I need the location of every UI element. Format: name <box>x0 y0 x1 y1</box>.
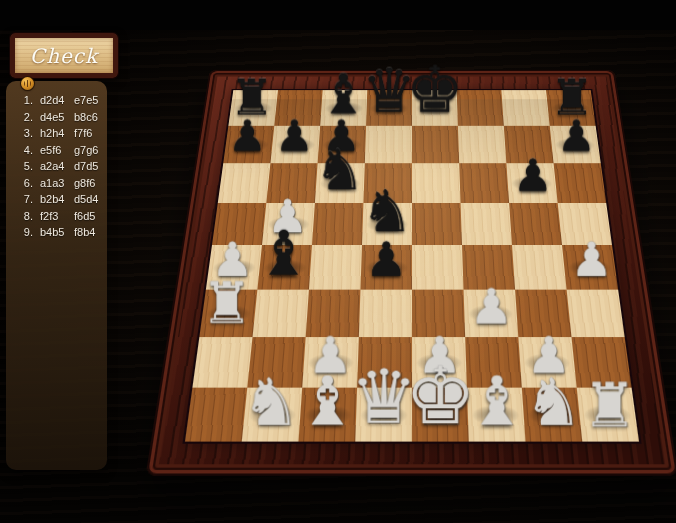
move-row: 5.a2a4d7d5 <box>6 158 107 175</box>
piece-white-knight-b1[interactable]: ♞ <box>242 388 302 442</box>
white-knight-glyph: ♞ <box>241 372 300 434</box>
square-f7[interactable] <box>458 126 506 164</box>
white-bishop-glyph: ♝ <box>297 369 358 433</box>
white-move: h2h4 <box>40 125 74 142</box>
move-number: 1. <box>6 92 33 109</box>
board-scene: ♜♝♛♚♜♟♟♟♟♞♟♟♞♟♝♟♟♜♟♟♟♟♞♝♛♚♝♞♜ <box>132 0 676 495</box>
square-g8[interactable] <box>501 90 549 126</box>
square-g5[interactable] <box>509 203 562 245</box>
black-move: d5d4 <box>74 191 107 208</box>
move-row: 4.e5f6g7g6 <box>6 142 107 159</box>
move-row: 3.h2h4f7f6 <box>6 125 107 142</box>
square-f5[interactable] <box>461 203 512 245</box>
piece-black-bishop-b4[interactable]: ♝ <box>257 245 312 290</box>
move-list-rows: 1.d2d4e7e52.d4e5b8c63.h2h4f7f64.e5f6g7g6… <box>6 81 107 241</box>
black-move: f8b4 <box>74 224 107 241</box>
piece-white-bishop-c1[interactable]: ♝ <box>298 388 357 442</box>
square-b7[interactable] <box>270 126 320 164</box>
white-pawn-glyph: ♟ <box>470 284 514 330</box>
square-c6[interactable] <box>315 163 365 203</box>
piece-white-king-e1[interactable]: ♚ <box>412 388 469 442</box>
move-row: 7.b2b4d5d4 <box>6 191 107 208</box>
black-move: g7g6 <box>74 142 107 159</box>
square-g7[interactable] <box>504 126 554 164</box>
square-f6[interactable] <box>459 163 509 203</box>
move-list-panel: 1.d2d4e7e52.d4e5b8c63.h2h4f7f64.e5f6g7g6… <box>6 81 107 470</box>
black-pawn-glyph: ♟ <box>365 238 407 283</box>
white-move: a2a4 <box>40 158 74 175</box>
black-bishop-glyph: ♝ <box>256 225 311 283</box>
white-move: b4b5 <box>40 224 74 241</box>
move-row: 2.d4e5b8c6 <box>6 109 107 126</box>
check-banner: Check <box>10 33 118 78</box>
move-number: 9. <box>6 224 33 241</box>
square-e8[interactable] <box>412 90 458 126</box>
white-move: f2f3 <box>40 208 74 225</box>
white-pawn-glyph: ♟ <box>570 238 612 283</box>
square-c5[interactable] <box>312 203 363 245</box>
move-number: 3. <box>6 125 33 142</box>
black-move: e7e5 <box>74 92 107 109</box>
square-b8[interactable] <box>274 90 322 126</box>
square-h7[interactable] <box>550 126 601 164</box>
square-h8[interactable] <box>546 90 596 126</box>
piece-white-queen-d1[interactable]: ♛ <box>355 388 412 442</box>
check-banner-label: Check <box>30 44 98 68</box>
piece-white-knight-g1[interactable]: ♞ <box>522 388 582 442</box>
move-number: 7. <box>6 191 33 208</box>
white-rook-glyph: ♜ <box>201 276 252 330</box>
move-number: 6. <box>6 175 33 192</box>
square-d8[interactable] <box>366 90 412 126</box>
white-rook-glyph: ♜ <box>582 376 637 434</box>
white-move: e5f6 <box>40 142 74 159</box>
square-d7[interactable] <box>365 126 412 164</box>
board-3d-tilt: ♜♝♛♚♜♟♟♟♟♞♟♟♞♟♝♟♟♜♟♟♟♟♞♝♛♚♝♞♜ <box>146 70 676 476</box>
black-move: f7f6 <box>74 125 107 142</box>
black-move: f6d5 <box>74 208 107 225</box>
move-number: 5. <box>6 158 33 175</box>
white-move: a1a3 <box>40 175 74 192</box>
piece-white-rook-a3[interactable]: ♜ <box>199 290 257 337</box>
piece-white-rook-h1[interactable]: ♜ <box>577 388 639 442</box>
move-row: 8.f2f3f6d5 <box>6 208 107 225</box>
move-row: 1.d2d4e7e5 <box>6 92 107 109</box>
square-e7[interactable] <box>412 126 459 164</box>
square-b6[interactable] <box>266 163 317 203</box>
black-move: b8c6 <box>74 109 107 126</box>
square-c7[interactable] <box>318 126 366 164</box>
white-move: d4e5 <box>40 109 74 126</box>
window-top-strip <box>0 0 676 30</box>
square-c8[interactable] <box>320 90 367 126</box>
square-g6[interactable] <box>506 163 557 203</box>
move-number: 8. <box>6 208 33 225</box>
piece-white-pawn-f3[interactable]: ♟ <box>464 290 519 337</box>
square-e5[interactable] <box>412 203 462 245</box>
square-a8[interactable] <box>228 90 278 126</box>
black-move: d7d5 <box>74 158 107 175</box>
square-e6[interactable] <box>412 163 461 203</box>
move-row: 9.b4b5f8b4 <box>6 224 107 241</box>
white-knight-glyph: ♞ <box>524 372 583 434</box>
move-number: 4. <box>6 142 33 159</box>
square-d6[interactable] <box>363 163 412 203</box>
white-move: b2b4 <box>40 191 74 208</box>
square-a6[interactable] <box>218 163 271 203</box>
square-a7[interactable] <box>223 126 274 164</box>
square-h6[interactable] <box>554 163 607 203</box>
move-row: 6.a1a3g8f6 <box>6 175 107 192</box>
white-king-glyph: ♚ <box>405 359 476 434</box>
move-list-icon[interactable] <box>21 77 34 90</box>
white-move: d2d4 <box>40 92 74 109</box>
black-move: g8f6 <box>74 175 107 192</box>
move-number: 2. <box>6 109 33 126</box>
square-f8[interactable] <box>457 90 504 126</box>
